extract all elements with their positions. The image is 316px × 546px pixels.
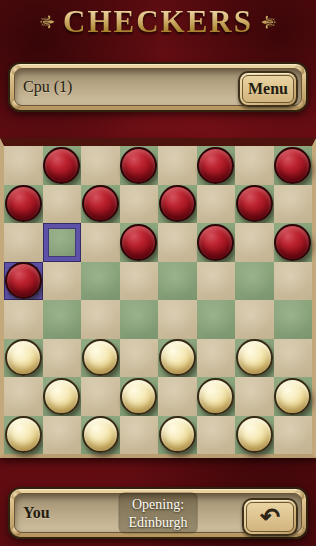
title-bar: ⚜ CHECKERS ⚜ [0,0,316,44]
square-f6[interactable] [197,223,236,262]
white-piece[interactable] [5,416,42,453]
opponent-name-label: Cpu (1) [23,78,72,96]
square-b4[interactable] [43,300,82,339]
red-piece[interactable] [236,185,273,222]
white-piece[interactable] [82,416,119,453]
square-c1[interactable] [81,416,120,455]
player-name-label: You [23,504,50,522]
page-title: CHECKERS [63,4,253,40]
red-piece[interactable] [5,185,42,222]
square-h8[interactable] [274,146,313,185]
red-piece[interactable] [159,185,196,222]
square-b1 [43,416,82,455]
square-g1[interactable] [235,416,274,455]
square-b3 [43,339,82,378]
square-d2[interactable] [120,377,159,416]
white-piece[interactable] [43,378,80,415]
white-piece[interactable] [236,416,273,453]
square-e7[interactable] [158,185,197,224]
square-e4 [158,300,197,339]
white-piece[interactable] [236,339,273,376]
menu-button-label: Menu [248,80,288,98]
red-piece[interactable] [5,262,42,299]
square-c8 [81,146,120,185]
white-piece[interactable] [82,339,119,376]
square-f3 [197,339,236,378]
square-f4[interactable] [197,300,236,339]
square-b7 [43,185,82,224]
red-piece[interactable] [120,147,157,184]
square-e6 [158,223,197,262]
square-a6 [4,223,43,262]
square-a1[interactable] [4,416,43,455]
square-b6[interactable] [43,223,82,262]
square-a4 [4,300,43,339]
red-piece[interactable] [197,224,234,261]
opening-info-box: Opening: Edinburgh [119,493,198,534]
opening-name: Edinburgh [129,513,188,531]
white-piece[interactable] [197,378,234,415]
board-grid [4,146,312,454]
red-piece[interactable] [274,147,311,184]
square-e3[interactable] [158,339,197,378]
square-d4[interactable] [120,300,159,339]
square-h5 [274,262,313,301]
square-g4 [235,300,274,339]
fleur-ornament-left-icon: ⚜ [37,13,57,31]
square-h7 [274,185,313,224]
red-piece[interactable] [82,185,119,222]
checkers-board [0,138,316,458]
undo-button[interactable]: ↶ [242,498,298,536]
app-background: ⚜ CHECKERS ⚜ Cpu (1) Menu You Opening: [0,0,316,546]
square-h6[interactable] [274,223,313,262]
square-a2 [4,377,43,416]
square-g5[interactable] [235,262,274,301]
square-a3[interactable] [4,339,43,378]
opponent-bar: Cpu (1) Menu [8,62,308,112]
white-piece[interactable] [274,378,311,415]
red-piece[interactable] [120,224,157,261]
white-piece[interactable] [120,378,157,415]
square-e1[interactable] [158,416,197,455]
square-c6 [81,223,120,262]
red-piece[interactable] [197,147,234,184]
square-a8 [4,146,43,185]
undo-arrow-icon: ↶ [260,505,280,529]
square-f5 [197,262,236,301]
square-d3 [120,339,159,378]
square-c3[interactable] [81,339,120,378]
square-d8[interactable] [120,146,159,185]
white-piece[interactable] [5,339,42,376]
square-h3 [274,339,313,378]
menu-button[interactable]: Menu [238,71,298,107]
white-piece[interactable] [159,339,196,376]
square-f8[interactable] [197,146,236,185]
square-h1 [274,416,313,455]
square-a5[interactable] [4,262,43,301]
square-f7 [197,185,236,224]
white-piece[interactable] [159,416,196,453]
square-d7 [120,185,159,224]
opening-label: Opening: [129,496,188,514]
square-a7[interactable] [4,185,43,224]
player-bar-panel: You Opening: Edinburgh ↶ [14,493,302,533]
square-d6[interactable] [120,223,159,262]
square-g7[interactable] [235,185,274,224]
square-h4[interactable] [274,300,313,339]
square-c2 [81,377,120,416]
square-b8[interactable] [43,146,82,185]
opponent-bar-panel: Cpu (1) Menu [14,68,302,106]
square-f1 [197,416,236,455]
square-e2 [158,377,197,416]
fleur-ornament-right-icon: ⚜ [259,13,279,31]
square-e8 [158,146,197,185]
red-piece[interactable] [43,147,80,184]
square-b5 [43,262,82,301]
square-c5[interactable] [81,262,120,301]
square-f2[interactable] [197,377,236,416]
undo-button-face: ↶ [246,502,294,532]
square-c4 [81,300,120,339]
square-h2[interactable] [274,377,313,416]
square-b2[interactable] [43,377,82,416]
square-c7[interactable] [81,185,120,224]
player-bar: You Opening: Edinburgh ↶ [8,487,308,539]
square-g2 [235,377,274,416]
square-g3[interactable] [235,339,274,378]
menu-button-face: Menu [242,75,294,103]
square-g8 [235,146,274,185]
red-piece[interactable] [274,224,311,261]
square-d5 [120,262,159,301]
square-e5[interactable] [158,262,197,301]
square-d1 [120,416,159,455]
square-g6 [235,223,274,262]
